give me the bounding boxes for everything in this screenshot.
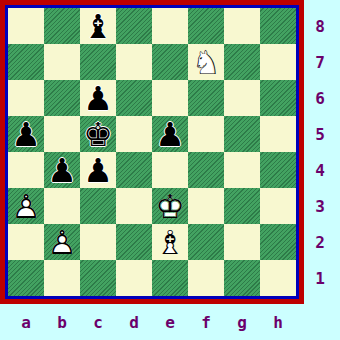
square-d8[interactable] bbox=[116, 8, 152, 44]
square-f7[interactable]: ♞︎♘︎ bbox=[188, 44, 224, 80]
square-c4[interactable]: ♟︎ bbox=[80, 152, 116, 188]
board-inner-border: ♝︎♞︎♘︎♟︎♟︎♚︎♟︎♟︎♟︎♟︎♙︎♚︎♔︎♟︎♙︎♝︎♗︎ bbox=[5, 5, 299, 299]
square-b8[interactable] bbox=[44, 8, 80, 44]
square-c7[interactable] bbox=[80, 44, 116, 80]
square-d2[interactable] bbox=[116, 224, 152, 260]
black-bishop[interactable]: ♝︎ bbox=[80, 8, 116, 44]
board-frame: ♝︎♞︎♘︎♟︎♟︎♚︎♟︎♟︎♟︎♟︎♙︎♚︎♔︎♟︎♙︎♝︎♗︎ bbox=[0, 0, 304, 304]
square-c3[interactable] bbox=[80, 188, 116, 224]
square-g4[interactable] bbox=[224, 152, 260, 188]
black-pawn[interactable]: ♟︎ bbox=[44, 152, 80, 188]
square-a3[interactable]: ♟︎♙︎ bbox=[8, 188, 44, 224]
file-label-c: c bbox=[80, 305, 116, 340]
white-pawn-fill: ♟︎ bbox=[44, 224, 80, 260]
square-b7[interactable] bbox=[44, 44, 80, 80]
square-c1[interactable] bbox=[80, 260, 116, 296]
square-a2[interactable] bbox=[8, 224, 44, 260]
black-pawn[interactable]: ♟︎ bbox=[80, 80, 116, 116]
square-d1[interactable] bbox=[116, 260, 152, 296]
square-c5[interactable]: ♚︎ bbox=[80, 116, 116, 152]
rank-label-8: 8 bbox=[307, 8, 333, 44]
file-label-h: h bbox=[260, 305, 296, 340]
square-f6[interactable] bbox=[188, 80, 224, 116]
square-e3[interactable]: ♚︎♔︎ bbox=[152, 188, 188, 224]
rank-label-1: 1 bbox=[307, 260, 333, 296]
rank-label-2: 2 bbox=[307, 224, 333, 260]
square-g6[interactable] bbox=[224, 80, 260, 116]
square-g7[interactable] bbox=[224, 44, 260, 80]
rank-label-7: 7 bbox=[307, 44, 333, 80]
white-bishop[interactable]: ♗︎ bbox=[152, 224, 188, 260]
black-pawn[interactable]: ♟︎ bbox=[152, 116, 188, 152]
square-a1[interactable] bbox=[8, 260, 44, 296]
square-g5[interactable] bbox=[224, 116, 260, 152]
square-a5[interactable]: ♟︎ bbox=[8, 116, 44, 152]
white-knight-fill: ♞︎ bbox=[188, 44, 224, 80]
square-h2[interactable] bbox=[260, 224, 296, 260]
rank-label-5: 5 bbox=[307, 116, 333, 152]
square-b4[interactable]: ♟︎ bbox=[44, 152, 80, 188]
square-d5[interactable] bbox=[116, 116, 152, 152]
file-label-e: e bbox=[152, 305, 188, 340]
board: ♝︎♞︎♘︎♟︎♟︎♚︎♟︎♟︎♟︎♟︎♙︎♚︎♔︎♟︎♙︎♝︎♗︎ bbox=[8, 8, 296, 296]
square-h1[interactable] bbox=[260, 260, 296, 296]
file-label-d: d bbox=[116, 305, 152, 340]
square-d6[interactable] bbox=[116, 80, 152, 116]
white-king[interactable]: ♔︎ bbox=[152, 188, 188, 224]
square-d7[interactable] bbox=[116, 44, 152, 80]
white-pawn[interactable]: ♙︎ bbox=[44, 224, 80, 260]
rank-label-3: 3 bbox=[307, 188, 333, 224]
square-a6[interactable] bbox=[8, 80, 44, 116]
square-g8[interactable] bbox=[224, 8, 260, 44]
black-pawn[interactable]: ♟︎ bbox=[8, 116, 44, 152]
white-pawn-fill: ♟︎ bbox=[8, 188, 44, 224]
file-label-f: f bbox=[188, 305, 224, 340]
square-f1[interactable] bbox=[188, 260, 224, 296]
square-c6[interactable]: ♟︎ bbox=[80, 80, 116, 116]
white-knight[interactable]: ♘︎ bbox=[188, 44, 224, 80]
square-a7[interactable] bbox=[8, 44, 44, 80]
black-pawn[interactable]: ♟︎ bbox=[80, 152, 116, 188]
square-h5[interactable] bbox=[260, 116, 296, 152]
white-pawn[interactable]: ♙︎ bbox=[8, 188, 44, 224]
square-h7[interactable] bbox=[260, 44, 296, 80]
square-f8[interactable] bbox=[188, 8, 224, 44]
square-d4[interactable] bbox=[116, 152, 152, 188]
file-label-a: a bbox=[8, 305, 44, 340]
white-king-fill: ♚︎ bbox=[152, 188, 188, 224]
square-f4[interactable] bbox=[188, 152, 224, 188]
square-h3[interactable] bbox=[260, 188, 296, 224]
square-g1[interactable] bbox=[224, 260, 260, 296]
square-d3[interactable] bbox=[116, 188, 152, 224]
file-label-g: g bbox=[224, 305, 260, 340]
square-e7[interactable] bbox=[152, 44, 188, 80]
square-f5[interactable] bbox=[188, 116, 224, 152]
square-h8[interactable] bbox=[260, 8, 296, 44]
square-b5[interactable] bbox=[44, 116, 80, 152]
square-e2[interactable]: ♝︎♗︎ bbox=[152, 224, 188, 260]
square-f2[interactable] bbox=[188, 224, 224, 260]
square-b3[interactable] bbox=[44, 188, 80, 224]
square-h4[interactable] bbox=[260, 152, 296, 188]
file-labels: abcdefgh bbox=[8, 305, 296, 340]
square-a4[interactable] bbox=[8, 152, 44, 188]
square-a8[interactable] bbox=[8, 8, 44, 44]
rank-labels: 87654321 bbox=[307, 8, 333, 296]
rank-label-4: 4 bbox=[307, 152, 333, 188]
square-e4[interactable] bbox=[152, 152, 188, 188]
square-c2[interactable] bbox=[80, 224, 116, 260]
square-g3[interactable] bbox=[224, 188, 260, 224]
white-bishop-fill: ♝︎ bbox=[152, 224, 188, 260]
square-e6[interactable] bbox=[152, 80, 188, 116]
square-b6[interactable] bbox=[44, 80, 80, 116]
black-king[interactable]: ♚︎ bbox=[80, 116, 116, 152]
square-h6[interactable] bbox=[260, 80, 296, 116]
square-e5[interactable]: ♟︎ bbox=[152, 116, 188, 152]
square-b2[interactable]: ♟︎♙︎ bbox=[44, 224, 80, 260]
square-e8[interactable] bbox=[152, 8, 188, 44]
square-g2[interactable] bbox=[224, 224, 260, 260]
file-label-b: b bbox=[44, 305, 80, 340]
square-f3[interactable] bbox=[188, 188, 224, 224]
rank-label-6: 6 bbox=[307, 80, 333, 116]
square-e1[interactable] bbox=[152, 260, 188, 296]
square-c8[interactable]: ♝︎ bbox=[80, 8, 116, 44]
square-b1[interactable] bbox=[44, 260, 80, 296]
